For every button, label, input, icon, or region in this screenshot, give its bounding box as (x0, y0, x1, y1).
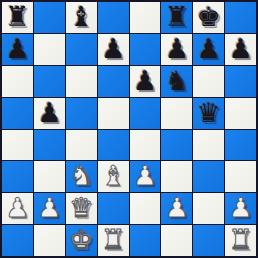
square-f2[interactable]: ♟ (161, 193, 192, 224)
black-pawn: ♟ (165, 35, 189, 62)
white-rook: ♜ (101, 226, 125, 253)
square-b8[interactable] (34, 2, 65, 33)
square-b3[interactable] (34, 161, 65, 192)
square-a5[interactable] (2, 98, 33, 129)
square-h2[interactable]: ♟ (225, 193, 256, 224)
black-queen: ♛ (197, 99, 221, 126)
square-c5[interactable] (66, 98, 97, 129)
square-c7[interactable] (66, 34, 97, 65)
square-h6[interactable] (225, 66, 256, 97)
square-b4[interactable] (34, 130, 65, 161)
square-f7[interactable]: ♟ (161, 34, 192, 65)
square-b6[interactable] (34, 66, 65, 97)
square-d1[interactable]: ♜ (98, 225, 129, 256)
black-rook: ♜ (5, 3, 29, 30)
square-g3[interactable] (193, 161, 224, 192)
white-knight: ♞ (69, 162, 93, 189)
white-pawn: ♟ (37, 194, 61, 221)
square-f8[interactable]: ♜ (161, 2, 192, 33)
square-e1[interactable] (130, 225, 161, 256)
square-e5[interactable] (130, 98, 161, 129)
black-pawn: ♟ (197, 35, 221, 62)
square-d4[interactable] (98, 130, 129, 161)
white-rook: ♜ (228, 226, 252, 253)
square-a2[interactable]: ♟ (2, 193, 33, 224)
square-g6[interactable] (193, 66, 224, 97)
white-queen: ♛ (69, 194, 93, 221)
square-d8[interactable] (98, 2, 129, 33)
black-pawn: ♟ (5, 35, 29, 62)
square-b1[interactable] (34, 225, 65, 256)
square-e8[interactable] (130, 2, 161, 33)
black-bishop: ♝ (69, 3, 93, 30)
square-d3[interactable]: ♝ (98, 161, 129, 192)
white-pawn: ♟ (228, 194, 252, 221)
square-b5[interactable]: ♟ (34, 98, 65, 129)
chess-board: ♜♝♜♚♟♟♟♟♟♟♞♟♛♞♝♟♟♟♛♟♟♚♜♜ (2, 2, 256, 256)
square-f4[interactable] (161, 130, 192, 161)
square-a1[interactable] (2, 225, 33, 256)
white-pawn: ♟ (165, 194, 189, 221)
black-pawn: ♟ (37, 99, 61, 126)
square-h7[interactable]: ♟ (225, 34, 256, 65)
black-pawn: ♟ (228, 35, 252, 62)
square-h8[interactable] (225, 2, 256, 33)
square-g7[interactable]: ♟ (193, 34, 224, 65)
square-a8[interactable]: ♜ (2, 2, 33, 33)
black-pawn: ♟ (133, 67, 157, 94)
square-c8[interactable]: ♝ (66, 2, 97, 33)
white-bishop: ♝ (101, 162, 125, 189)
black-rook: ♜ (165, 3, 189, 30)
square-e2[interactable] (130, 193, 161, 224)
square-g4[interactable] (193, 130, 224, 161)
black-king: ♚ (197, 3, 221, 30)
square-d7[interactable]: ♟ (98, 34, 129, 65)
square-g1[interactable] (193, 225, 224, 256)
square-h1[interactable]: ♜ (225, 225, 256, 256)
white-pawn: ♟ (133, 162, 157, 189)
black-pawn: ♟ (101, 35, 125, 62)
square-f6[interactable]: ♞ (161, 66, 192, 97)
black-knight: ♞ (165, 67, 189, 94)
square-b2[interactable]: ♟ (34, 193, 65, 224)
square-f1[interactable] (161, 225, 192, 256)
square-e6[interactable]: ♟ (130, 66, 161, 97)
square-h3[interactable] (225, 161, 256, 192)
square-g8[interactable]: ♚ (193, 2, 224, 33)
square-c4[interactable] (66, 130, 97, 161)
square-g5[interactable]: ♛ (193, 98, 224, 129)
square-c3[interactable]: ♞ (66, 161, 97, 192)
square-e7[interactable] (130, 34, 161, 65)
square-c6[interactable] (66, 66, 97, 97)
square-c1[interactable]: ♚ (66, 225, 97, 256)
square-a6[interactable] (2, 66, 33, 97)
square-a7[interactable]: ♟ (2, 34, 33, 65)
square-b7[interactable] (34, 34, 65, 65)
square-d5[interactable] (98, 98, 129, 129)
square-a3[interactable] (2, 161, 33, 192)
white-pawn: ♟ (5, 194, 29, 221)
square-e3[interactable]: ♟ (130, 161, 161, 192)
square-h4[interactable] (225, 130, 256, 161)
square-f3[interactable] (161, 161, 192, 192)
chess-board-frame: ♜♝♜♚♟♟♟♟♟♟♞♟♛♞♝♟♟♟♛♟♟♚♜♜ (0, 0, 258, 258)
square-h5[interactable] (225, 98, 256, 129)
square-f5[interactable] (161, 98, 192, 129)
square-d2[interactable] (98, 193, 129, 224)
white-king: ♚ (69, 226, 93, 253)
square-c2[interactable]: ♛ (66, 193, 97, 224)
square-d6[interactable] (98, 66, 129, 97)
square-g2[interactable] (193, 193, 224, 224)
square-a4[interactable] (2, 130, 33, 161)
square-e4[interactable] (130, 130, 161, 161)
